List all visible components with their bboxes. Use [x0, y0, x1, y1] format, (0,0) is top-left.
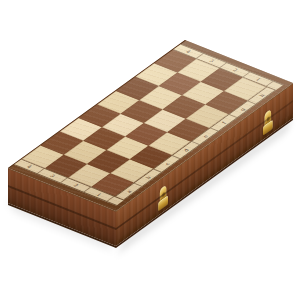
brass-latch	[157, 183, 168, 213]
brass-latch	[262, 107, 273, 137]
latch-plate	[263, 120, 273, 136]
chess-box-photo: 4321 4321 abcdefgh	[0, 0, 300, 300]
latch-plate	[158, 195, 168, 211]
